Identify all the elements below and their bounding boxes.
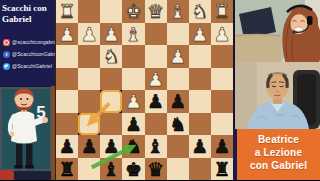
board-square-b6[interactable] (189, 113, 211, 136)
board-square-g3[interactable] (78, 45, 100, 68)
board-square-e1[interactable]: ♚ (122, 0, 144, 23)
board-square-h2[interactable]: ♟ (56, 23, 78, 46)
board-square-e6[interactable]: ♟ (122, 113, 144, 136)
white-pawn-a2: ♟ (213, 23, 230, 45)
banner-line3: con Gabriel (237, 159, 320, 172)
black-bishop-f8: ♝ (103, 158, 120, 180)
board-square-e3[interactable] (122, 45, 144, 68)
board-square-c6[interactable]: ♞ (167, 113, 189, 136)
board-square-h1[interactable]: ♜ (56, 0, 78, 23)
white-pawn-e5: ♟ (125, 90, 142, 112)
board-left-edge (55, 0, 56, 180)
board-square-h6[interactable] (56, 113, 78, 136)
instagram-icon (3, 39, 10, 46)
black-queen-d8: ♛ (147, 158, 164, 180)
board-square-e5[interactable]: ♟ (122, 90, 144, 113)
red-badge (0, 170, 14, 180)
board-square-f2[interactable]: ♟ (100, 23, 122, 46)
mic-tip (292, 30, 296, 34)
white-knight-b1: ♞ (191, 0, 208, 22)
black-pawn-g7: ♟ (81, 135, 98, 157)
board-square-d1[interactable]: ♛ (145, 0, 167, 23)
board-square-e8[interactable]: ♚ (122, 158, 144, 181)
facebook-icon: f (3, 51, 10, 58)
board-square-a3[interactable] (211, 45, 233, 68)
social-facebook[interactable]: f @ScacchiconGabriel (3, 50, 61, 58)
board-square-a8[interactable]: ♜ (211, 158, 233, 181)
board-square-b4[interactable] (189, 68, 211, 91)
board-square-a7[interactable]: ♟ (211, 135, 233, 158)
board-square-b1[interactable]: ♞ (189, 0, 211, 23)
board-square-g6[interactable] (78, 113, 100, 136)
classroom-graphic: 5 (0, 86, 56, 180)
white-pawn-c3: ♟ (169, 45, 186, 67)
channel-title: Scacchi con Gabriel (2, 3, 47, 24)
couch (235, 34, 281, 62)
board-square-d8[interactable]: ♛ (145, 158, 167, 181)
board-square-c3[interactable]: ♟ (167, 45, 189, 68)
board-square-b5[interactable] (189, 90, 211, 113)
board-square-e7[interactable]: ♞ (122, 135, 144, 158)
board-square-b8[interactable] (189, 158, 211, 181)
white-bishop-e2: ♝ (125, 23, 142, 45)
black-pawn-f7: ♟ (103, 135, 120, 157)
board-square-d5[interactable]: ♟ (145, 90, 167, 113)
webcam-student (235, 0, 320, 62)
board-square-f3[interactable]: ♞ (100, 45, 122, 68)
white-rook-a1: ♜ (213, 0, 230, 22)
teacher-cartoon: 5 (0, 86, 56, 180)
board-square-b7[interactable]: ♟ (189, 135, 211, 158)
channel-title-line1: Scacchi con (2, 3, 47, 14)
board-square-f1[interactable] (100, 0, 122, 23)
board-square-g4[interactable] (78, 68, 100, 91)
instagram-handle: @scacchicongabriel (12, 39, 59, 45)
board-square-h4[interactable] (56, 68, 78, 91)
board-square-f7[interactable]: ♟ (100, 135, 122, 158)
board-square-d3[interactable] (145, 45, 167, 68)
board-square-b3[interactable] (189, 45, 211, 68)
board-square-a6[interactable] (211, 113, 233, 136)
teacher-video (235, 62, 320, 129)
board-square-h7[interactable]: ♟ (56, 135, 78, 158)
board-square-g2[interactable]: ♟ (78, 23, 100, 46)
board-square-a4[interactable] (211, 68, 233, 91)
channel-title-line2: Gabriel (2, 14, 47, 25)
channel-panel: Scacchi con Gabriel @scacchicongabriel f… (0, 0, 56, 86)
board-square-f6[interactable] (100, 113, 122, 136)
white-pawn-f2: ♟ (103, 23, 120, 45)
twitter-handle: @ScacchiGabriel (12, 63, 52, 69)
white-queen-d1: ♛ (147, 0, 164, 22)
black-knight-e7: ♞ (125, 135, 142, 157)
board-square-f5[interactable] (100, 90, 122, 113)
board-square-h3[interactable] (56, 45, 78, 68)
chess-board[interactable]: ♜♚♛♝♞♜♟♟♟♝♟♟♞♟♟♟♟♟♟♞♟♟♟♞♝♟♟♜♝♚♛♜ (56, 0, 233, 180)
white-rook-h1: ♜ (59, 0, 76, 22)
board-square-a1[interactable]: ♜ (211, 0, 233, 23)
black-rook-h8: ♜ (59, 158, 76, 180)
board-square-d6[interactable] (145, 113, 167, 136)
video-thumbnail: Scacchi con Gabriel @scacchicongabriel f… (0, 0, 320, 180)
board-square-d2[interactable] (145, 23, 167, 46)
board-square-h8[interactable]: ♜ (56, 158, 78, 181)
black-pawn-b7: ♟ (191, 135, 208, 157)
board-square-g1[interactable] (78, 0, 100, 23)
banner-line1: Beatrice (237, 133, 320, 146)
white-bishop-c1: ♝ (169, 0, 186, 22)
board-square-c5[interactable]: ♟ (167, 90, 189, 113)
board-square-f4[interactable] (100, 68, 122, 91)
white-knight-f3: ♞ (103, 45, 120, 67)
board-square-g8[interactable] (78, 158, 100, 181)
black-king-e8: ♚ (125, 158, 142, 180)
board-square-e2[interactable]: ♝ (122, 23, 144, 46)
board-square-c7[interactable] (167, 135, 189, 158)
white-pawn-h2: ♟ (59, 23, 76, 45)
student-video (235, 0, 320, 62)
white-pawn-d4: ♟ (147, 68, 164, 90)
board-square-d4[interactable]: ♟ (145, 68, 167, 91)
board-square-c2[interactable] (167, 23, 189, 46)
board-square-c8[interactable] (167, 158, 189, 181)
board-square-d7[interactable]: ♝ (145, 135, 167, 158)
white-king-e1: ♚ (125, 0, 142, 22)
board-square-g7[interactable]: ♟ (78, 135, 100, 158)
black-bishop-d7: ♝ (147, 135, 164, 157)
banner-line2: a Lezione (237, 146, 320, 159)
social-twitter[interactable]: @ScacchiGabriel (3, 62, 52, 70)
board-square-f8[interactable]: ♝ (100, 158, 122, 181)
black-pawn-e6: ♟ (125, 113, 142, 135)
webcam-teacher (235, 62, 320, 129)
black-pawn-h7: ♟ (59, 135, 76, 157)
facebook-handle: @ScacchiconGabriel (12, 51, 61, 57)
social-instagram[interactable]: @scacchicongabriel (3, 38, 59, 46)
black-rook-a8: ♜ (213, 158, 230, 180)
board-square-a2[interactable]: ♟ (211, 23, 233, 46)
black-pawn-c5: ♟ (169, 90, 186, 112)
white-pawn-g2: ♟ (81, 23, 98, 45)
black-knight-c6: ♞ (169, 113, 186, 135)
teacher-hand (42, 117, 48, 123)
board-square-c4[interactable] (167, 68, 189, 91)
board-square-a5[interactable] (211, 90, 233, 113)
board-square-g5[interactable] (78, 90, 100, 113)
episode-banner: Beatrice a Lezione con Gabriel (233, 129, 320, 180)
black-pawn-a7: ♟ (213, 135, 230, 157)
board-square-h5[interactable] (56, 90, 78, 113)
white-pawn-b2: ♟ (191, 23, 208, 45)
board-square-b2[interactable]: ♟ (189, 23, 211, 46)
twitter-icon (3, 63, 10, 70)
board-square-e4[interactable] (122, 68, 144, 91)
black-pawn-d5: ♟ (147, 90, 164, 112)
headset-earcup (307, 16, 313, 25)
board-square-c1[interactable]: ♝ (167, 0, 189, 23)
